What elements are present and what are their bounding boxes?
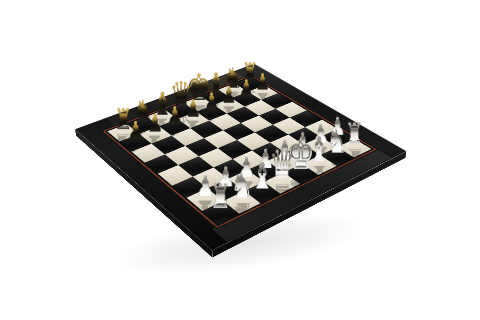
board-surface: ♜♜♞♞♝♝♛♛♚♚♝♝♞♞♜♜♟♟♟♟♟♟♟♟♟♟♟♟♟♟♟♟♟♟♟♟♟♟♟♟…: [75, 64, 406, 251]
chess-board: ♜♜♞♞♝♝♛♛♚♚♝♝♞♞♜♜♟♟♟♟♟♟♟♟♟♟♟♟♟♟♟♟♟♟♟♟♟♟♟♟…: [75, 64, 406, 251]
scene: ♜♜♞♞♝♝♛♛♚♚♝♝♞♞♜♜♟♟♟♟♟♟♟♟♟♟♟♟♟♟♟♟♟♟♟♟♟♟♟♟…: [0, 0, 480, 320]
black-pawn-glyph: ♟: [118, 120, 154, 142]
product-photo-stage: ♜♜♞♞♝♝♛♛♚♚♝♝♞♞♜♜♟♟♟♟♟♟♟♟♟♟♟♟♟♟♟♟♟♟♟♟♟♟♟♟…: [0, 0, 480, 320]
piece-reflection: ♟: [115, 142, 153, 152]
white-rook-glyph: ♜: [200, 183, 241, 212]
pieces-layer: ♜♜♞♞♝♝♛♛♚♚♝♝♞♞♜♜♟♟♟♟♟♟♟♟♟♟♟♟♟♟♟♟♟♟♟♟♟♟♟♟…: [75, 64, 406, 251]
